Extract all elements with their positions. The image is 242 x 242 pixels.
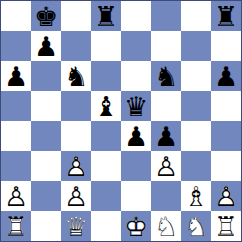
piece-white-pawn[interactable]: ♟♙ — [1, 181, 31, 211]
square-a4[interactable] — [1, 121, 31, 151]
square-h5[interactable] — [211, 91, 241, 121]
square-a2[interactable]: ♟♙ — [1, 181, 31, 211]
black-rook-glyph-fill: ♜ — [211, 1, 241, 31]
piece-black-pawn[interactable]: ♟ — [211, 61, 241, 91]
piece-white-pawn[interactable]: ♟♙ — [151, 151, 181, 181]
square-b4[interactable] — [31, 121, 61, 151]
piece-white-knight[interactable]: ♞♘ — [181, 211, 211, 241]
square-c6[interactable]: ♞ — [61, 61, 91, 91]
square-b3[interactable] — [31, 151, 61, 181]
white-rook-glyph-outline: ♖ — [1, 211, 31, 241]
square-d8[interactable]: ♜ — [91, 1, 121, 31]
square-c7[interactable] — [61, 31, 91, 61]
square-h3[interactable] — [211, 151, 241, 181]
square-b2[interactable] — [31, 181, 61, 211]
black-pawn-glyph-fill: ♟ — [121, 121, 151, 151]
piece-black-pawn[interactable]: ♟ — [1, 61, 31, 91]
chess-board: ♚♜♜♟♟♞♞♟♝♛♟♟♟♙♟♙♟♙♟♙♝♗♟♙♜♖♛♕♚♔♞♘♞♘♜♖ — [0, 0, 242, 242]
black-pawn-glyph-fill: ♟ — [31, 31, 61, 61]
piece-white-rook[interactable]: ♜♖ — [211, 211, 241, 241]
white-pawn-glyph-outline: ♙ — [1, 181, 31, 211]
black-rook-glyph-fill: ♜ — [91, 1, 121, 31]
square-g4[interactable] — [181, 121, 211, 151]
white-queen-glyph-outline: ♕ — [61, 211, 91, 241]
square-f1[interactable]: ♞♘ — [151, 211, 181, 241]
piece-black-queen[interactable]: ♛ — [121, 91, 151, 121]
square-a7[interactable] — [1, 31, 31, 61]
square-a3[interactable] — [1, 151, 31, 181]
square-b1[interactable] — [31, 211, 61, 241]
square-d7[interactable] — [91, 31, 121, 61]
piece-white-pawn[interactable]: ♟♙ — [61, 151, 91, 181]
square-d5[interactable]: ♝ — [91, 91, 121, 121]
square-d1[interactable] — [91, 211, 121, 241]
piece-black-pawn[interactable]: ♟ — [31, 31, 61, 61]
black-pawn-glyph-fill: ♟ — [151, 121, 181, 151]
square-f2[interactable] — [151, 181, 181, 211]
black-knight-glyph-fill: ♞ — [151, 61, 181, 91]
white-pawn-glyph-outline: ♙ — [211, 181, 241, 211]
black-pawn-glyph-fill: ♟ — [211, 61, 241, 91]
square-d4[interactable] — [91, 121, 121, 151]
square-h1[interactable]: ♜♖ — [211, 211, 241, 241]
square-e2[interactable] — [121, 181, 151, 211]
square-e3[interactable] — [121, 151, 151, 181]
square-a1[interactable]: ♜♖ — [1, 211, 31, 241]
square-c3[interactable]: ♟♙ — [61, 151, 91, 181]
square-a5[interactable] — [1, 91, 31, 121]
square-f7[interactable] — [151, 31, 181, 61]
square-h4[interactable] — [211, 121, 241, 151]
piece-black-rook[interactable]: ♜ — [211, 1, 241, 31]
square-d6[interactable] — [91, 61, 121, 91]
square-b7[interactable]: ♟ — [31, 31, 61, 61]
square-g1[interactable]: ♞♘ — [181, 211, 211, 241]
piece-white-king[interactable]: ♚♔ — [121, 211, 151, 241]
black-bishop-glyph-fill: ♝ — [91, 91, 121, 121]
square-g6[interactable] — [181, 61, 211, 91]
black-queen-glyph-fill: ♛ — [121, 91, 151, 121]
square-c4[interactable] — [61, 121, 91, 151]
piece-white-rook[interactable]: ♜♖ — [1, 211, 31, 241]
white-knight-glyph-outline: ♘ — [181, 211, 211, 241]
square-e1[interactable]: ♚♔ — [121, 211, 151, 241]
square-h8[interactable]: ♜ — [211, 1, 241, 31]
square-f5[interactable] — [151, 91, 181, 121]
square-g2[interactable]: ♝♗ — [181, 181, 211, 211]
white-rook-glyph-outline: ♖ — [211, 211, 241, 241]
black-king-glyph-fill: ♚ — [31, 1, 61, 31]
square-c2[interactable]: ♟♙ — [61, 181, 91, 211]
piece-white-pawn[interactable]: ♟♙ — [61, 181, 91, 211]
square-f3[interactable]: ♟♙ — [151, 151, 181, 181]
piece-white-knight[interactable]: ♞♘ — [151, 211, 181, 241]
piece-black-rook[interactable]: ♜ — [91, 1, 121, 31]
square-b8[interactable]: ♚ — [31, 1, 61, 31]
square-f6[interactable]: ♞ — [151, 61, 181, 91]
square-f8[interactable] — [151, 1, 181, 31]
square-a6[interactable]: ♟ — [1, 61, 31, 91]
square-g8[interactable] — [181, 1, 211, 31]
square-b5[interactable] — [31, 91, 61, 121]
white-bishop-glyph-outline: ♗ — [181, 181, 211, 211]
piece-black-knight[interactable]: ♞ — [61, 61, 91, 91]
square-e4[interactable]: ♟ — [121, 121, 151, 151]
square-e5[interactable]: ♛ — [121, 91, 151, 121]
piece-white-bishop[interactable]: ♝♗ — [181, 181, 211, 211]
piece-black-pawn[interactable]: ♟ — [151, 121, 181, 151]
square-g7[interactable] — [181, 31, 211, 61]
square-e7[interactable] — [121, 31, 151, 61]
square-d2[interactable] — [91, 181, 121, 211]
white-king-glyph-outline: ♔ — [121, 211, 151, 241]
white-pawn-glyph-outline: ♙ — [151, 151, 181, 181]
black-knight-glyph-fill: ♞ — [61, 61, 91, 91]
square-c1[interactable]: ♛♕ — [61, 211, 91, 241]
square-d3[interactable] — [91, 151, 121, 181]
square-b6[interactable] — [31, 61, 61, 91]
piece-white-pawn[interactable]: ♟♙ — [211, 181, 241, 211]
square-f4[interactable]: ♟ — [151, 121, 181, 151]
square-g5[interactable] — [181, 91, 211, 121]
white-pawn-glyph-outline: ♙ — [61, 181, 91, 211]
piece-white-queen[interactable]: ♛♕ — [61, 211, 91, 241]
square-c5[interactable] — [61, 91, 91, 121]
piece-black-bishop[interactable]: ♝ — [91, 91, 121, 121]
piece-black-knight[interactable]: ♞ — [151, 61, 181, 91]
square-e6[interactable] — [121, 61, 151, 91]
white-knight-glyph-outline: ♘ — [151, 211, 181, 241]
square-e8[interactable] — [121, 1, 151, 31]
square-g3[interactable] — [181, 151, 211, 181]
square-h7[interactable] — [211, 31, 241, 61]
piece-black-pawn[interactable]: ♟ — [121, 121, 151, 151]
square-c8[interactable] — [61, 1, 91, 31]
white-pawn-glyph-outline: ♙ — [61, 151, 91, 181]
square-h2[interactable]: ♟♙ — [211, 181, 241, 211]
black-pawn-glyph-fill: ♟ — [1, 61, 31, 91]
square-h6[interactable]: ♟ — [211, 61, 241, 91]
piece-black-king[interactable]: ♚ — [31, 1, 61, 31]
square-a8[interactable] — [1, 1, 31, 31]
